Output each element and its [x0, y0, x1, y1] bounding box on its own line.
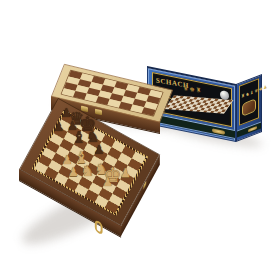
- brand-emblem-icon: [248, 125, 257, 131]
- brand-emblem-icon: [212, 128, 225, 134]
- light-piece-N: ♞: [82, 170, 96, 183]
- product-photo: SCHACH ♛♚♜ ♜♞♝♛♚♟: [0, 0, 280, 280]
- chess-box-side: ♜♞♝♛♚♟: [236, 74, 262, 142]
- light-piece-P: ♟: [102, 181, 116, 194]
- dark-piece-P: ♟: [54, 126, 68, 139]
- light-piece-P: ♟: [68, 171, 82, 184]
- square: [142, 107, 156, 116]
- piece-glyph: ♟: [51, 116, 67, 138]
- box-side-pieces-row: ♜♞♝♛♚♟: [241, 87, 259, 99]
- box-side-board-image: [242, 98, 256, 116]
- piece-glyph: ♟: [100, 171, 116, 193]
- box-side-black-panel: ♜♞♝♛♚♟: [239, 78, 259, 126]
- brass-clasp-ring-icon: [95, 219, 103, 235]
- piece-glyph: ♞: [79, 160, 95, 182]
- piece-glyph: ♟: [65, 161, 81, 183]
- light-piece-P: ♟: [120, 173, 134, 186]
